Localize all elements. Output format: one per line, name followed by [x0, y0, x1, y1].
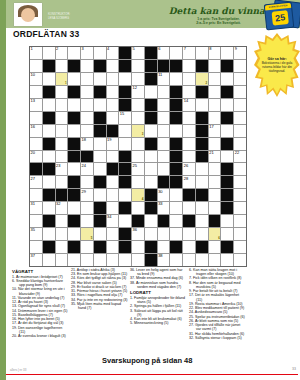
- grid-cell[interactable]: [94, 151, 106, 163]
- grid-cell[interactable]: [94, 73, 106, 85]
- blocked-cell: [68, 176, 80, 188]
- grid-cell[interactable]: [43, 99, 55, 111]
- blocked-cell: [196, 241, 208, 253]
- grid-cell[interactable]: [94, 138, 106, 150]
- grid-cell[interactable]: [209, 73, 221, 85]
- grid-cell[interactable]: [94, 254, 106, 266]
- grid-cell[interactable]: [68, 99, 80, 111]
- grid-cell[interactable]: [107, 60, 119, 72]
- grid-cell[interactable]: [209, 202, 221, 214]
- grid-cell[interactable]: [158, 99, 170, 111]
- grid-cell[interactable]: [221, 73, 233, 85]
- clue-number: 13: [31, 99, 35, 103]
- clue-item: 6. Kan man sätta kragen mot i tragen ell…: [189, 268, 246, 276]
- grid-cell[interactable]: [234, 112, 246, 124]
- grid-cell[interactable]: [107, 86, 119, 98]
- grid-cell[interactable]: [119, 138, 131, 150]
- grid-cell[interactable]: [56, 228, 68, 240]
- grid-cell[interactable]: 28: [183, 176, 195, 188]
- blocked-cell: [145, 47, 157, 59]
- solution-cell[interactable]: 1: [56, 73, 68, 85]
- grid-cell[interactable]: [209, 254, 221, 266]
- grid-cell[interactable]: [94, 189, 106, 201]
- grid-cell[interactable]: [132, 60, 144, 72]
- blocked-cell: [221, 241, 233, 253]
- grid-cell[interactable]: [209, 60, 221, 72]
- grid-cell[interactable]: [94, 99, 106, 111]
- blocked-cell: [43, 138, 55, 150]
- blocked-cell: [68, 86, 80, 98]
- grid-cell[interactable]: 16: [30, 125, 42, 137]
- grid-cell[interactable]: [183, 125, 195, 137]
- blocked-cell: [183, 189, 195, 201]
- grid-cell[interactable]: [170, 228, 182, 240]
- grid-cell[interactable]: [196, 176, 208, 188]
- solution-cell[interactable]: 5: [81, 228, 93, 240]
- grid-cell[interactable]: 25: [132, 163, 144, 175]
- grid-cell[interactable]: [43, 47, 55, 59]
- blocked-cell: [221, 138, 233, 150]
- grid-cell[interactable]: [234, 228, 246, 240]
- grid-cell[interactable]: [56, 138, 68, 150]
- clue-number: 4: [107, 47, 109, 51]
- grid-cell[interactable]: [209, 163, 221, 175]
- grid-cell[interactable]: 14: [183, 99, 195, 111]
- blocked-cell: [94, 86, 106, 98]
- crossword-grid[interactable]: 1234567891011121213141516317181920212223…: [29, 46, 247, 267]
- grid-cell[interactable]: [43, 125, 55, 137]
- grid-cell[interactable]: [145, 228, 157, 240]
- constructor-photo: [14, 3, 42, 26]
- grid-cell[interactable]: 32: [56, 202, 68, 214]
- grid-cell[interactable]: [183, 86, 195, 98]
- solution-letter-index: 3: [142, 133, 144, 136]
- prize-line-2: 2:a–5:e pris: En Sverigelott.: [166, 21, 271, 25]
- grid-cell[interactable]: [119, 125, 131, 137]
- grid-cell[interactable]: [56, 60, 68, 72]
- grid-cell[interactable]: [196, 47, 208, 59]
- grid-cell[interactable]: 1: [30, 47, 42, 59]
- blocked-cell: [119, 176, 131, 188]
- grid-cell[interactable]: 29: [81, 189, 93, 201]
- grid-cell[interactable]: [119, 189, 131, 201]
- grid-cell[interactable]: [196, 254, 208, 266]
- blocked-cell: [107, 163, 119, 175]
- clue-item: 36. Lever en helig agent som har så bred…: [130, 268, 187, 276]
- grid-cell[interactable]: 20: [30, 151, 42, 163]
- grid-cell[interactable]: [221, 47, 233, 59]
- grid-cell[interactable]: [81, 254, 93, 266]
- grid-cell[interactable]: [209, 99, 221, 111]
- grid-cell[interactable]: 26: [183, 163, 195, 175]
- grid-cell[interactable]: [158, 151, 170, 163]
- grid-cell[interactable]: [196, 99, 208, 111]
- grid-cell[interactable]: 15: [119, 112, 131, 124]
- clue-number: 10: [31, 73, 35, 77]
- clue-number: 6: [158, 47, 160, 51]
- grid-cell[interactable]: [170, 189, 182, 201]
- blocked-cell: [196, 138, 208, 150]
- grid-cell[interactable]: [183, 138, 195, 150]
- grid-cell[interactable]: [221, 215, 233, 227]
- blocked-cell: [221, 202, 233, 214]
- grid-cell[interactable]: [234, 163, 246, 175]
- grid-cell[interactable]: [196, 163, 208, 175]
- grid-cell[interactable]: 22: [234, 151, 246, 163]
- clue-number: 26: [184, 164, 188, 168]
- clue-number: 28: [184, 177, 188, 181]
- grid-cell[interactable]: [170, 47, 182, 59]
- blocked-cell: [43, 163, 55, 175]
- blocked-cell: [119, 47, 131, 59]
- grid-cell[interactable]: [145, 125, 157, 137]
- grid-cell[interactable]: [119, 254, 131, 266]
- grid-cell[interactable]: [183, 254, 195, 266]
- grid-cell[interactable]: [221, 228, 233, 240]
- grid-cell[interactable]: [234, 202, 246, 214]
- grid-cell[interactable]: [107, 202, 119, 214]
- grid-cell[interactable]: [234, 125, 246, 137]
- clue-item: 32. Sällsynta stenar i kopparn (5): [189, 336, 246, 340]
- down-header: LODRÄTT: [130, 290, 187, 295]
- grid-cell[interactable]: [81, 215, 93, 227]
- grid-cell[interactable]: 12: [132, 86, 144, 98]
- grid-cell[interactable]: [107, 151, 119, 163]
- clue-number: 17: [209, 125, 213, 129]
- grid-cell[interactable]: [81, 241, 93, 253]
- grid-cell[interactable]: 9: [234, 47, 246, 59]
- grid-cell[interactable]: [94, 228, 106, 240]
- grid-cell[interactable]: [132, 138, 144, 150]
- grid-cell[interactable]: 19: [107, 138, 119, 150]
- grid-cell[interactable]: [30, 189, 42, 201]
- grid-cell[interactable]: [145, 176, 157, 188]
- clue-item: 8. Har den som är begåvad med musiköra (…: [189, 281, 246, 289]
- clue-number: 32: [56, 202, 60, 206]
- grid-cell[interactable]: [145, 215, 157, 227]
- grid-cell[interactable]: [43, 73, 55, 85]
- grid-cell[interactable]: [170, 254, 182, 266]
- blocked-cell: [68, 189, 80, 201]
- grid-cell[interactable]: [81, 73, 93, 85]
- grid-cell[interactable]: [158, 138, 170, 150]
- grid-cell[interactable]: [158, 228, 170, 240]
- grid-cell[interactable]: [81, 176, 93, 188]
- grid-cell[interactable]: [30, 138, 42, 150]
- grid-cell[interactable]: [132, 254, 144, 266]
- solution-cell[interactable]: 4: [132, 189, 144, 201]
- grid-cell[interactable]: [68, 125, 80, 137]
- solution-cell[interactable]: 3: [132, 125, 144, 137]
- grid-cell[interactable]: [183, 151, 195, 163]
- grid-cell[interactable]: [234, 176, 246, 188]
- grid-cell[interactable]: [30, 60, 42, 72]
- solution-cell[interactable]: 6: [209, 228, 221, 240]
- grid-cell[interactable]: [234, 73, 246, 85]
- grid-cell[interactable]: [234, 241, 246, 253]
- grid-cell[interactable]: 2: [56, 47, 68, 59]
- grid-cell[interactable]: [68, 163, 80, 175]
- grid-cell[interactable]: 21: [209, 151, 221, 163]
- blocked-cell: [119, 86, 131, 98]
- grid-cell[interactable]: 30: [158, 189, 170, 201]
- grid-cell[interactable]: [183, 112, 195, 124]
- solution-letter-index: 5: [91, 237, 93, 240]
- grid-cell[interactable]: [81, 60, 93, 72]
- grid-cell[interactable]: 3: [81, 47, 93, 59]
- grid-cell[interactable]: [81, 86, 93, 98]
- grid-cell[interactable]: [209, 86, 221, 98]
- grid-cell[interactable]: [234, 60, 246, 72]
- grid-cell[interactable]: [183, 202, 195, 214]
- grid-cell[interactable]: 35: [30, 228, 42, 240]
- grid-cell[interactable]: [68, 228, 80, 240]
- clue-number: 36: [133, 228, 137, 232]
- grid-cell[interactable]: 36: [132, 228, 144, 240]
- ticket-number: 25: [272, 10, 289, 26]
- grid-cell[interactable]: 24: [81, 163, 93, 175]
- blocked-cell: [145, 112, 157, 124]
- blocked-cell: [30, 163, 42, 175]
- grid-cell[interactable]: [209, 138, 221, 150]
- blocked-cell: [221, 60, 233, 72]
- grid-cell[interactable]: 38: [158, 254, 170, 266]
- blocked-cell: [119, 99, 131, 111]
- grid-cell[interactable]: [158, 241, 170, 253]
- blocked-cell: [158, 60, 170, 72]
- grid-cell[interactable]: [145, 86, 157, 98]
- grid-cell[interactable]: [209, 189, 221, 201]
- grid-cell[interactable]: [170, 73, 182, 85]
- clue-number: 31: [31, 202, 35, 206]
- across-header: VÅGRÄTT: [12, 269, 69, 274]
- grid-cell[interactable]: [94, 47, 106, 59]
- grid-cell[interactable]: [43, 202, 55, 214]
- grid-cell[interactable]: 13: [30, 99, 42, 111]
- grid-cell[interactable]: [56, 151, 68, 163]
- blocked-cell: [145, 254, 157, 266]
- grid-cell[interactable]: [81, 112, 93, 124]
- blocked-cell: [183, 215, 195, 227]
- grid-cell[interactable]: [209, 241, 221, 253]
- grid-cell[interactable]: [158, 86, 170, 98]
- grid-cell[interactable]: [196, 228, 208, 240]
- grid-cell[interactable]: [107, 112, 119, 124]
- grid-cell[interactable]: 27: [30, 176, 42, 188]
- blocked-cell: [68, 151, 80, 163]
- clue-item: 13. Ögonfägnad för syns skull (7): [12, 304, 69, 308]
- blocked-cell: [119, 60, 131, 72]
- blocked-cell: [221, 176, 233, 188]
- clue-item: 3. Säkrast att lägga på att kol rätt (9): [130, 309, 187, 317]
- clue-number: 14: [184, 99, 188, 103]
- grid-cell[interactable]: [43, 176, 55, 188]
- blocked-cell: [170, 241, 182, 253]
- starburst-body: Bokstäverna i de gula rutorna bildar här…: [261, 61, 293, 73]
- grid-cell[interactable]: [132, 99, 144, 111]
- grid-cell[interactable]: [158, 163, 170, 175]
- grid-cell[interactable]: [56, 99, 68, 111]
- blocked-cell: [158, 215, 170, 227]
- grid-cell[interactable]: [170, 202, 182, 214]
- solution-letter-index: 1: [65, 82, 67, 85]
- grid-cell[interactable]: [183, 60, 195, 72]
- grid-cell[interactable]: [43, 228, 55, 240]
- page-number: 33: [292, 367, 296, 371]
- grid-cell[interactable]: [158, 112, 170, 124]
- blocked-cell: [68, 112, 80, 124]
- grid-cell[interactable]: [43, 151, 55, 163]
- ticket-brand-label: SVERIGELOTTEN: [265, 3, 291, 11]
- blocked-cell: [119, 228, 131, 240]
- grid-cell[interactable]: [158, 125, 170, 137]
- blocked-cell: [132, 215, 144, 227]
- grid-cell[interactable]: [234, 215, 246, 227]
- grid-cell[interactable]: [132, 176, 144, 188]
- grid-cell[interactable]: 34: [107, 215, 119, 227]
- clue-number: 19: [107, 138, 111, 142]
- grid-cell[interactable]: [56, 254, 68, 266]
- grid-cell[interactable]: [56, 241, 68, 253]
- clue-lists: VÅGRÄTT1. Är matmorsan i brödpriset (7)6…: [0, 268, 300, 356]
- grid-cell[interactable]: [107, 176, 119, 188]
- blocked-cell: [43, 189, 55, 201]
- clue-item: 19. Den oansenlige tagelherren (11): [12, 326, 69, 334]
- blocked-cell: [94, 202, 106, 214]
- clue-number: 11: [158, 73, 162, 77]
- grid-cell[interactable]: [234, 189, 246, 201]
- grid-cell[interactable]: [119, 215, 131, 227]
- grid-cell[interactable]: [170, 215, 182, 227]
- grid-cell[interactable]: [183, 241, 195, 253]
- grid-cell[interactable]: [107, 99, 119, 111]
- grid-cell[interactable]: [183, 73, 195, 85]
- clue-column-2: 21. Antilop i södra Afrika (3)23. En som…: [71, 268, 128, 310]
- blocked-cell: [107, 125, 119, 137]
- grid-cell[interactable]: 18: [81, 138, 93, 150]
- blocked-cell: [209, 215, 221, 227]
- grid-cell[interactable]: [94, 163, 106, 175]
- clue-number: 27: [31, 177, 35, 181]
- grid-cell[interactable]: 17: [209, 125, 221, 137]
- grid-cell[interactable]: [68, 47, 80, 59]
- clue-number: 8: [209, 47, 211, 51]
- solution-cell[interactable]: 2: [196, 73, 208, 85]
- solution-letter-index: 6: [218, 237, 220, 240]
- grid-cell[interactable]: [68, 254, 80, 266]
- blocked-cell: [94, 241, 106, 253]
- blocked-cell: [43, 86, 55, 98]
- grid-cell[interactable]: [56, 112, 68, 124]
- grid-cell[interactable]: [81, 125, 93, 137]
- grid-cell[interactable]: [209, 176, 221, 188]
- blocked-cell: [196, 189, 208, 201]
- grid-cell[interactable]: 6: [158, 47, 170, 59]
- grid-cell[interactable]: 37: [30, 254, 42, 266]
- grid-cell[interactable]: [56, 176, 68, 188]
- clue-column-4: 6. Kan man sätta kragen mot i tragen ell…: [189, 268, 246, 340]
- blocked-cell: [196, 60, 208, 72]
- grid-cell[interactable]: 4: [107, 47, 119, 59]
- grid-cell[interactable]: [107, 189, 119, 201]
- grid-cell[interactable]: [234, 254, 246, 266]
- grid-cell[interactable]: [221, 151, 233, 163]
- grid-cell[interactable]: [107, 73, 119, 85]
- blocked-cell: [43, 215, 55, 227]
- grid-cell[interactable]: [209, 112, 221, 124]
- clue-item: 27. Gjordes vid tillfälle när järnet var…: [189, 323, 246, 331]
- grid-cell[interactable]: [81, 202, 93, 214]
- grid-cell[interactable]: [30, 86, 42, 98]
- grid-cell[interactable]: [81, 99, 93, 111]
- grid-cell[interactable]: [30, 112, 42, 124]
- grid-cell[interactable]: 31: [30, 202, 42, 214]
- grid-cell[interactable]: 23: [56, 163, 68, 175]
- grid-cell[interactable]: [68, 73, 80, 85]
- grid-cell[interactable]: [234, 99, 246, 111]
- grid-cell[interactable]: [234, 86, 246, 98]
- grid-cell[interactable]: [196, 215, 208, 227]
- prize-lines: 1:a pris: Två Sverigelotter. 2:a–5:e pri…: [166, 17, 271, 26]
- clue-number: 22: [235, 151, 239, 155]
- grid-cell[interactable]: [170, 125, 182, 137]
- grid-cell[interactable]: [119, 73, 131, 85]
- clue-item: 1. Familjär anropsbroder för ibland stan…: [130, 296, 187, 304]
- grid-cell[interactable]: 11: [158, 73, 170, 85]
- grid-cell[interactable]: [56, 86, 68, 98]
- clue-item: 6. Sneddar klantiga hantverkare upp pang…: [12, 279, 69, 287]
- grid-cell[interactable]: [234, 138, 246, 150]
- clue-item: 35. Mjuk liten matta med kupad hand (7): [71, 302, 128, 310]
- grid-cell[interactable]: 5: [132, 47, 144, 59]
- grid-cell[interactable]: [107, 228, 119, 240]
- grid-cell[interactable]: [132, 241, 144, 253]
- grid-cell[interactable]: [132, 202, 144, 214]
- grid-cell[interactable]: [43, 254, 55, 266]
- blocked-cell: [94, 176, 106, 188]
- clue-item: 10. När det stormar kring en ute i blåsv…: [12, 287, 69, 295]
- grid-cell[interactable]: 33: [158, 202, 170, 214]
- grid-cell[interactable]: [56, 125, 68, 137]
- clue-number: 3: [82, 47, 84, 51]
- grid-cell[interactable]: [132, 112, 144, 124]
- blocked-cell: [170, 176, 182, 188]
- grid-cell[interactable]: [30, 241, 42, 253]
- grid-cell[interactable]: [145, 163, 157, 175]
- grid-cell[interactable]: [221, 254, 233, 266]
- blocked-cell: [145, 99, 157, 111]
- grid-cell[interactable]: [30, 215, 42, 227]
- prize-headline: Detta kan du vinna:: [166, 6, 271, 16]
- grid-cell[interactable]: [132, 151, 144, 163]
- grid-cell[interactable]: [145, 151, 157, 163]
- grid-cell[interactable]: [221, 99, 233, 111]
- grid-cell[interactable]: [68, 202, 80, 214]
- answer-coupon-note: Svarskupong på sidan 48: [102, 356, 192, 365]
- grid-cell[interactable]: [107, 241, 119, 253]
- grid-cell[interactable]: [132, 73, 144, 85]
- blocked-cell: [145, 138, 157, 150]
- grid-cell[interactable]: [107, 254, 119, 266]
- grid-cell[interactable]: 7: [183, 47, 195, 59]
- grid-cell[interactable]: 8: [209, 47, 221, 59]
- grid-cell[interactable]: [221, 125, 233, 137]
- grid-cell[interactable]: [196, 202, 208, 214]
- grid-cell[interactable]: [56, 215, 68, 227]
- grid-cell[interactable]: 10: [30, 73, 42, 85]
- grid-cell[interactable]: [183, 228, 195, 240]
- blocked-cell: [68, 241, 80, 253]
